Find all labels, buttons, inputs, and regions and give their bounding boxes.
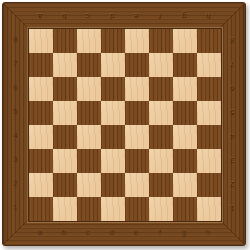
rank-label-right-4: 4 <box>220 124 245 148</box>
square-b5[interactable] <box>53 101 77 125</box>
square-h2[interactable] <box>197 173 221 197</box>
square-d3[interactable] <box>101 149 125 173</box>
square-g4[interactable] <box>173 125 197 149</box>
square-a6[interactable] <box>29 77 53 101</box>
rank-label-right-1: 1 <box>220 196 245 220</box>
square-g6[interactable] <box>173 77 197 101</box>
square-b6[interactable] <box>53 77 77 101</box>
square-b3[interactable] <box>53 149 77 173</box>
rank-label-left-5: 5 <box>3 100 28 124</box>
square-d5[interactable] <box>101 101 125 125</box>
square-f4[interactable] <box>149 125 173 149</box>
square-d4[interactable] <box>101 125 125 149</box>
frame-rail-top <box>3 3 245 28</box>
square-e4[interactable] <box>125 125 149 149</box>
square-d2[interactable] <box>101 173 125 197</box>
square-e6[interactable] <box>125 77 149 101</box>
square-e2[interactable] <box>125 173 149 197</box>
square-a1[interactable] <box>29 197 53 221</box>
square-f5[interactable] <box>149 101 173 125</box>
rank-label-right-5: 5 <box>220 100 245 124</box>
rank-labels-right: 87654321 <box>220 28 245 220</box>
rank-label-right-6: 6 <box>220 76 245 100</box>
square-f8[interactable] <box>149 29 173 53</box>
square-c2[interactable] <box>77 173 101 197</box>
square-f1[interactable] <box>149 197 173 221</box>
square-e7[interactable] <box>125 53 149 77</box>
board-squares-grid <box>28 28 222 222</box>
square-d8[interactable] <box>101 29 125 53</box>
square-a5[interactable] <box>29 101 53 125</box>
rank-label-left-3: 3 <box>3 148 28 172</box>
square-h4[interactable] <box>197 125 221 149</box>
square-f7[interactable] <box>149 53 173 77</box>
square-f2[interactable] <box>149 173 173 197</box>
square-g5[interactable] <box>173 101 197 125</box>
square-a2[interactable] <box>29 173 53 197</box>
rank-labels-left: 87654321 <box>3 28 28 220</box>
rank-label-left-4: 4 <box>3 124 28 148</box>
square-d7[interactable] <box>101 53 125 77</box>
square-h8[interactable] <box>197 29 221 53</box>
square-g7[interactable] <box>173 53 197 77</box>
square-h6[interactable] <box>197 77 221 101</box>
square-g3[interactable] <box>173 149 197 173</box>
square-c5[interactable] <box>77 101 101 125</box>
square-e3[interactable] <box>125 149 149 173</box>
square-e8[interactable] <box>125 29 149 53</box>
rank-label-left-8: 8 <box>3 28 28 52</box>
rank-label-left-7: 7 <box>3 52 28 76</box>
square-b1[interactable] <box>53 197 77 221</box>
square-b4[interactable] <box>53 125 77 149</box>
square-c7[interactable] <box>77 53 101 77</box>
square-g8[interactable] <box>173 29 197 53</box>
rank-label-left-1: 1 <box>3 196 28 220</box>
square-a4[interactable] <box>29 125 53 149</box>
chess-board: abcdefgh abcdefgh 87654321 87654321 <box>2 2 246 246</box>
square-c1[interactable] <box>77 197 101 221</box>
square-h3[interactable] <box>197 149 221 173</box>
square-g1[interactable] <box>173 197 197 221</box>
square-c4[interactable] <box>77 125 101 149</box>
square-h7[interactable] <box>197 53 221 77</box>
square-b8[interactable] <box>53 29 77 53</box>
frame-rail-bottom <box>3 220 245 245</box>
square-e5[interactable] <box>125 101 149 125</box>
square-a3[interactable] <box>29 149 53 173</box>
square-b2[interactable] <box>53 173 77 197</box>
square-f6[interactable] <box>149 77 173 101</box>
square-c6[interactable] <box>77 77 101 101</box>
rank-label-right-2: 2 <box>220 172 245 196</box>
square-d1[interactable] <box>101 197 125 221</box>
square-c3[interactable] <box>77 149 101 173</box>
rank-label-right-3: 3 <box>220 148 245 172</box>
square-e1[interactable] <box>125 197 149 221</box>
square-h1[interactable] <box>197 197 221 221</box>
rank-label-right-8: 8 <box>220 28 245 52</box>
rank-label-left-2: 2 <box>3 172 28 196</box>
square-h5[interactable] <box>197 101 221 125</box>
square-b7[interactable] <box>53 53 77 77</box>
square-c8[interactable] <box>77 29 101 53</box>
square-g2[interactable] <box>173 173 197 197</box>
rank-label-left-6: 6 <box>3 76 28 100</box>
square-a7[interactable] <box>29 53 53 77</box>
rank-label-right-7: 7 <box>220 52 245 76</box>
square-f3[interactable] <box>149 149 173 173</box>
square-d6[interactable] <box>101 77 125 101</box>
square-a8[interactable] <box>29 29 53 53</box>
